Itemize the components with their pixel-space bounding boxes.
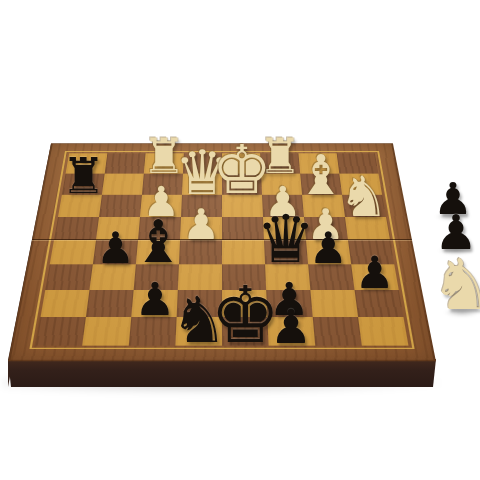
square-c6[interactable] — [140, 195, 182, 217]
square-e1[interactable] — [222, 317, 269, 346]
square-h3[interactable] — [351, 264, 399, 290]
square-g8[interactable] — [298, 153, 339, 173]
square-f8[interactable] — [260, 153, 300, 173]
square-c4[interactable] — [136, 240, 180, 264]
square-c7[interactable] — [142, 174, 183, 195]
square-a4[interactable] — [50, 240, 96, 264]
square-b2[interactable] — [86, 290, 134, 317]
square-h6[interactable] — [342, 195, 386, 217]
square-a1[interactable] — [36, 317, 86, 346]
square-h1[interactable] — [358, 317, 408, 346]
square-h4[interactable] — [348, 240, 394, 264]
square-f6[interactable] — [262, 195, 304, 217]
square-g5[interactable] — [304, 217, 348, 240]
square-h2[interactable] — [355, 290, 404, 317]
square-c3[interactable] — [134, 264, 179, 290]
square-f3[interactable] — [265, 264, 310, 290]
square-f2[interactable] — [266, 290, 313, 317]
square-f5[interactable] — [263, 217, 306, 240]
square-e2[interactable] — [222, 290, 267, 317]
square-d4[interactable] — [179, 240, 222, 264]
square-d8[interactable] — [183, 153, 222, 173]
square-g7[interactable] — [300, 174, 342, 195]
square-e4[interactable] — [222, 240, 265, 264]
square-d6[interactable] — [181, 195, 222, 217]
square-a6[interactable] — [58, 195, 102, 217]
square-a5[interactable] — [54, 217, 99, 240]
board-grid — [36, 153, 409, 345]
square-f1[interactable] — [267, 317, 315, 346]
square-h8[interactable] — [337, 153, 379, 173]
square-a7[interactable] — [62, 174, 105, 195]
square-b3[interactable] — [89, 264, 135, 290]
captured-piece-shadow — [444, 308, 480, 317]
square-d5[interactable] — [180, 217, 222, 240]
square-b1[interactable] — [82, 317, 131, 346]
square-c2[interactable] — [131, 290, 178, 317]
square-g3[interactable] — [308, 264, 354, 290]
square-c8[interactable] — [144, 153, 184, 173]
captured-white-knight-3[interactable]: ♞ — [431, 250, 480, 320]
square-g2[interactable] — [310, 290, 358, 317]
square-b5[interactable] — [96, 217, 140, 240]
square-g1[interactable] — [313, 317, 362, 346]
square-a3[interactable] — [45, 264, 93, 290]
square-e8[interactable] — [222, 153, 261, 173]
captured-piece-shadow — [438, 246, 474, 255]
square-f4[interactable] — [264, 240, 308, 264]
square-c5[interactable] — [138, 217, 181, 240]
board-rim-front — [8, 359, 436, 387]
square-h5[interactable] — [345, 217, 390, 240]
square-d7[interactable] — [182, 174, 222, 195]
square-a2[interactable] — [41, 290, 90, 317]
captured-piece-shadow — [435, 212, 471, 221]
square-e3[interactable] — [222, 264, 266, 290]
captured-black-pawn-1[interactable]: ♟ — [433, 177, 472, 221]
square-b4[interactable] — [93, 240, 138, 264]
square-g4[interactable] — [306, 240, 351, 264]
square-b8[interactable] — [105, 153, 146, 173]
square-g6[interactable] — [302, 195, 345, 217]
square-c1[interactable] — [129, 317, 177, 346]
square-b6[interactable] — [99, 195, 142, 217]
captured-black-pawn-2[interactable]: ♟ — [434, 208, 477, 256]
square-d1[interactable] — [175, 317, 222, 346]
chess-board — [8, 143, 436, 361]
square-a8[interactable] — [66, 153, 108, 173]
square-d2[interactable] — [177, 290, 222, 317]
square-e7[interactable] — [222, 174, 262, 195]
square-b7[interactable] — [102, 174, 144, 195]
square-h7[interactable] — [339, 174, 382, 195]
square-e6[interactable] — [222, 195, 263, 217]
square-e5[interactable] — [222, 217, 264, 240]
product-photo-background: ♜♜♜♛♚♝♟♟♞♟♟♟♝♛♟♟♟♟♞♚♟ ♟♟♞ — [0, 0, 480, 480]
hinge-seam — [32, 239, 412, 241]
square-d3[interactable] — [178, 264, 222, 290]
square-f7[interactable] — [261, 174, 302, 195]
